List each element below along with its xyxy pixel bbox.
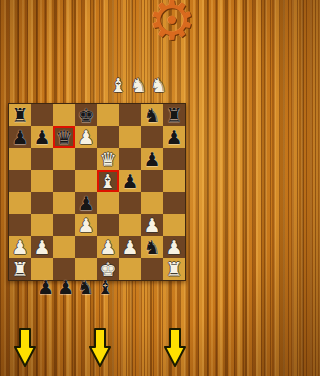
square-d6[interactable] (75, 148, 97, 170)
square-f2[interactable]: ♟ (119, 236, 141, 258)
chess-board: ♜♚♞♜♟♟♛♟♟♛♟♝♟♟♟♟♟♟♟♟♞♟♜♚♜ (8, 103, 186, 281)
square-d5[interactable] (75, 170, 97, 192)
square-g3[interactable]: ♟ (141, 214, 163, 236)
white-pawn: ♟ (119, 236, 141, 258)
black-rook: ♜ (163, 104, 185, 126)
arrow-row (0, 325, 200, 369)
square-b3[interactable] (31, 214, 53, 236)
down-arrow-left[interactable] (13, 327, 37, 369)
white-pawn: ♟ (75, 126, 97, 148)
square-h6[interactable] (163, 148, 185, 170)
game-screen: ⚙ ♝♞♞ ♜♚♞♜♟♟♛♟♟♛♟♝♟♟♟♟♟♟♟♟♞♟♜♚♜ ♟♟♞♝ (0, 0, 200, 376)
square-c4[interactable] (53, 192, 75, 214)
square-g5[interactable] (141, 170, 163, 192)
square-a6[interactable] (9, 148, 31, 170)
square-f8[interactable] (119, 104, 141, 126)
captured-white-knight: ♞ (149, 74, 168, 96)
square-g8[interactable]: ♞ (141, 104, 163, 126)
down-arrow-glyph (15, 329, 35, 366)
captured-white-knight: ♞ (129, 74, 148, 96)
square-a4[interactable] (9, 192, 31, 214)
black-pawn: ♟ (75, 192, 97, 214)
captured-white-tray: ♝♞♞ (109, 74, 168, 96)
square-h5[interactable] (163, 170, 185, 192)
square-h3[interactable] (163, 214, 185, 236)
square-g7[interactable] (141, 126, 163, 148)
square-a2[interactable]: ♟ (9, 236, 31, 258)
square-f4[interactable] (119, 192, 141, 214)
square-h7[interactable]: ♟ (163, 126, 185, 148)
square-b2[interactable]: ♟ (31, 236, 53, 258)
square-c5[interactable] (53, 170, 75, 192)
square-d4[interactable]: ♟ (75, 192, 97, 214)
black-knight: ♞ (141, 104, 163, 126)
square-a5[interactable] (9, 170, 31, 192)
down-arrow-right[interactable] (163, 327, 187, 369)
square-e6[interactable]: ♛ (97, 148, 119, 170)
black-king: ♚ (75, 104, 97, 126)
settings-gear-icon[interactable]: ⚙ (144, 0, 200, 49)
captured-black-pawn: ♟ (36, 276, 55, 298)
black-pawn: ♟ (9, 126, 31, 148)
square-c6[interactable] (53, 148, 75, 170)
square-g2[interactable]: ♞ (141, 236, 163, 258)
square-f6[interactable] (119, 148, 141, 170)
down-arrow-center[interactable] (88, 327, 112, 369)
square-d7[interactable]: ♟ (75, 126, 97, 148)
square-h2[interactable]: ♟ (163, 236, 185, 258)
square-b6[interactable] (31, 148, 53, 170)
down-arrow-glyph (90, 329, 110, 366)
black-knight: ♞ (141, 236, 163, 258)
white-queen: ♛ (97, 148, 119, 170)
square-a3[interactable] (9, 214, 31, 236)
white-rook: ♜ (9, 258, 31, 280)
black-pawn: ♟ (163, 126, 185, 148)
square-e4[interactable] (97, 192, 119, 214)
square-c3[interactable] (53, 214, 75, 236)
square-e5[interactable]: ♝ (97, 170, 119, 192)
captured-white-bishop: ♝ (109, 74, 128, 96)
square-b7[interactable]: ♟ (31, 126, 53, 148)
white-pawn: ♟ (9, 236, 31, 258)
square-e8[interactable] (97, 104, 119, 126)
captured-black-pawn: ♟ (56, 276, 75, 298)
square-f5[interactable]: ♟ (119, 170, 141, 192)
square-h1[interactable]: ♜ (163, 258, 185, 280)
square-f7[interactable] (119, 126, 141, 148)
square-b4[interactable] (31, 192, 53, 214)
square-c7[interactable]: ♛ (53, 126, 75, 148)
white-pawn: ♟ (97, 236, 119, 258)
square-g4[interactable] (141, 192, 163, 214)
black-pawn: ♟ (141, 148, 163, 170)
square-b8[interactable] (31, 104, 53, 126)
square-d2[interactable] (75, 236, 97, 258)
white-bishop: ♝ (97, 170, 119, 192)
white-pawn: ♟ (31, 236, 53, 258)
white-rook: ♜ (163, 258, 185, 280)
square-h8[interactable]: ♜ (163, 104, 185, 126)
square-h4[interactable] (163, 192, 185, 214)
square-a7[interactable]: ♟ (9, 126, 31, 148)
down-arrow-glyph (165, 329, 185, 366)
square-f3[interactable] (119, 214, 141, 236)
square-a8[interactable]: ♜ (9, 104, 31, 126)
square-g6[interactable]: ♟ (141, 148, 163, 170)
black-pawn: ♟ (119, 170, 141, 192)
square-g1[interactable] (141, 258, 163, 280)
square-e2[interactable]: ♟ (97, 236, 119, 258)
white-pawn: ♟ (75, 214, 97, 236)
square-d3[interactable]: ♟ (75, 214, 97, 236)
square-c2[interactable] (53, 236, 75, 258)
black-queen: ♛ (53, 126, 75, 148)
square-c8[interactable] (53, 104, 75, 126)
square-b5[interactable] (31, 170, 53, 192)
square-f1[interactable] (119, 258, 141, 280)
white-pawn: ♟ (141, 214, 163, 236)
square-a1[interactable]: ♜ (9, 258, 31, 280)
black-pawn: ♟ (31, 126, 53, 148)
captured-black-tray: ♟♟♞♝ (36, 276, 115, 298)
square-e3[interactable] (97, 214, 119, 236)
captured-black-knight: ♞ (76, 276, 95, 298)
square-d8[interactable]: ♚ (75, 104, 97, 126)
white-pawn: ♟ (163, 236, 185, 258)
captured-black-bishop: ♝ (96, 276, 115, 298)
square-e7[interactable] (97, 126, 119, 148)
black-rook: ♜ (9, 104, 31, 126)
